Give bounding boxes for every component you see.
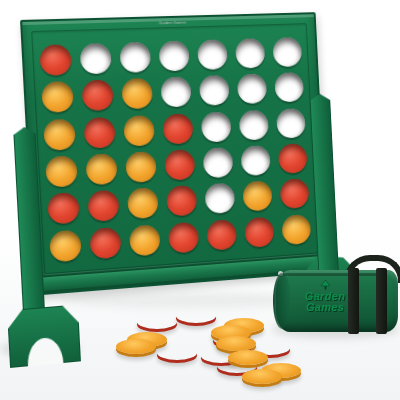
cell-r5-c3[interactable]	[123, 184, 164, 223]
red-disc	[244, 216, 274, 247]
cell-r1-c4[interactable]	[154, 37, 194, 75]
cell-r4-c2[interactable]	[81, 150, 123, 189]
cell-r3-c7[interactable]	[271, 105, 309, 142]
red-disc	[168, 222, 199, 254]
bag-endcap	[273, 273, 291, 329]
cell-r1-c7[interactable]	[268, 34, 307, 71]
loose-disc-yellow[interactable]	[242, 369, 282, 384]
yellow-disc	[50, 229, 83, 262]
red-disc	[166, 185, 197, 217]
empty-hole	[235, 38, 265, 69]
empty-hole	[237, 74, 267, 105]
cell-r6-c2[interactable]	[85, 223, 126, 263]
loose-disc-red[interactable]	[157, 345, 197, 360]
board-brand-logo: Garden Games	[159, 21, 186, 26]
red-disc	[277, 143, 307, 174]
loose-disc-red[interactable]	[176, 308, 216, 323]
loose-disc-red[interactable]	[137, 314, 177, 329]
cell-r4-c3[interactable]	[121, 148, 162, 187]
red-disc	[279, 179, 309, 210]
red-disc	[90, 227, 122, 260]
cell-r6-c3[interactable]	[124, 221, 165, 260]
left-foot	[7, 304, 81, 368]
empty-hole	[159, 41, 190, 72]
yellow-disc	[46, 156, 79, 188]
cell-r1-c5[interactable]	[192, 36, 232, 73]
cell-r5-c1[interactable]	[43, 189, 85, 229]
cell-r2-c4[interactable]	[156, 74, 196, 112]
cell-r6-c6[interactable]	[240, 213, 279, 251]
cell-r3-c4[interactable]	[158, 110, 198, 148]
empty-hole	[276, 108, 306, 139]
yellow-disc	[129, 224, 161, 256]
empty-hole	[204, 183, 235, 215]
bag-brand-label: Garden Games	[296, 280, 354, 313]
empty-hole	[203, 147, 234, 178]
bag-brand-line2: Games	[296, 302, 354, 313]
cell-r5-c4[interactable]	[162, 182, 202, 221]
empty-hole	[120, 42, 152, 73]
cell-r2-c3[interactable]	[117, 75, 158, 113]
cell-r4-c6[interactable]	[236, 142, 275, 180]
cell-r2-c5[interactable]	[194, 72, 234, 110]
red-disc	[40, 44, 73, 76]
yellow-disc	[127, 188, 159, 220]
cell-r5-c2[interactable]	[83, 187, 125, 226]
red-disc	[206, 219, 237, 251]
yellow-disc	[281, 214, 311, 245]
red-disc	[48, 193, 81, 226]
cell-r6-c7[interactable]	[277, 211, 315, 249]
yellow-disc	[123, 115, 155, 147]
cell-r5-c6[interactable]	[238, 177, 277, 215]
cell-r6-c4[interactable]	[163, 218, 203, 257]
tree-icon	[320, 280, 331, 290]
yellow-disc	[42, 81, 75, 113]
yellow-disc	[242, 181, 272, 212]
cell-r6-c1[interactable]	[45, 226, 87, 266]
cell-r6-c5[interactable]	[202, 216, 242, 255]
bag-zipper[interactable]	[282, 273, 382, 276]
cell-r3-c3[interactable]	[119, 111, 160, 149]
cell-r4-c5[interactable]	[198, 144, 238, 182]
product-photo-scene: Garden Games Garden Games	[0, 0, 400, 400]
yellow-disc	[86, 153, 118, 185]
red-disc	[162, 113, 193, 144]
loose-disc-yellow[interactable]	[116, 339, 156, 354]
yellow-disc	[125, 151, 157, 183]
cell-r4-c4[interactable]	[160, 146, 200, 184]
empty-hole	[199, 75, 230, 106]
cell-r2-c1[interactable]	[37, 78, 79, 117]
yellow-disc	[44, 118, 77, 150]
empty-hole	[238, 110, 268, 141]
cell-r3-c1[interactable]	[39, 115, 81, 154]
bag-strap	[376, 268, 387, 334]
empty-hole	[274, 73, 304, 103]
connect-four-board: Garden Games	[20, 12, 329, 295]
empty-hole	[240, 145, 270, 176]
cell-r1-c2[interactable]	[75, 40, 117, 78]
cell-r3-c2[interactable]	[79, 113, 121, 152]
cell-r1-c1[interactable]	[35, 41, 77, 80]
red-disc	[84, 117, 116, 149]
carry-bag: Garden Games	[276, 270, 398, 332]
cell-r2-c7[interactable]	[269, 69, 308, 106]
cell-r5-c7[interactable]	[275, 175, 313, 213]
cell-r5-c5[interactable]	[200, 180, 240, 218]
empty-hole	[272, 37, 302, 67]
yellow-disc	[121, 78, 153, 109]
cell-r1-c6[interactable]	[230, 35, 269, 72]
red-disc	[164, 149, 195, 181]
red-disc	[82, 80, 114, 112]
cell-r3-c5[interactable]	[196, 108, 236, 146]
empty-hole	[197, 39, 228, 70]
cell-r2-c2[interactable]	[77, 77, 119, 116]
empty-hole	[160, 77, 191, 108]
cell-r1-c3[interactable]	[115, 39, 156, 77]
empty-hole	[80, 43, 112, 75]
red-disc	[88, 190, 120, 222]
cell-r2-c6[interactable]	[232, 71, 271, 108]
cell-r3-c6[interactable]	[234, 106, 273, 144]
cell-r4-c7[interactable]	[273, 140, 311, 178]
empty-hole	[201, 111, 232, 142]
cell-r4-c1[interactable]	[41, 152, 83, 191]
board-grid	[35, 34, 315, 266]
